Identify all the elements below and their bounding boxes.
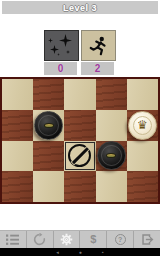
board-square[interactable] <box>64 171 95 202</box>
list-icon <box>5 233 20 246</box>
runner-count-value: 2 <box>95 63 101 74</box>
board-square[interactable] <box>2 141 33 172</box>
board-square[interactable] <box>64 79 95 110</box>
app-screen: Level 3 0 2 ♛ <box>0 0 160 256</box>
board-square[interactable] <box>127 141 158 172</box>
level-header: Level 3 <box>2 1 158 14</box>
piece-emblem <box>106 153 116 158</box>
settings-button[interactable] <box>54 231 81 248</box>
bonus-card-sparkles[interactable] <box>44 30 79 61</box>
shop-button[interactable]: $ <box>80 231 107 248</box>
runner-icon <box>88 34 110 58</box>
board: ♛ <box>0 77 160 204</box>
back-icon[interactable]: ◂ <box>56 250 59 255</box>
board-square[interactable] <box>96 171 127 202</box>
board-square[interactable] <box>127 79 158 110</box>
help-icon: ? <box>115 234 126 245</box>
restart-icon <box>33 233 46 246</box>
board-square[interactable] <box>127 171 158 202</box>
home-icon[interactable]: ● <box>79 250 82 255</box>
board-square[interactable] <box>96 141 127 172</box>
board-square[interactable] <box>33 141 64 172</box>
piece-emblem <box>44 123 54 128</box>
sparkle-icon <box>48 38 53 43</box>
exit-icon <box>141 233 154 246</box>
crown-icon: ♛ <box>129 119 156 131</box>
board-square[interactable] <box>33 171 64 202</box>
board-square[interactable] <box>96 79 127 110</box>
bottom-toolbar: $ ? <box>0 230 160 248</box>
restart-button[interactable] <box>27 231 54 248</box>
levels-list-button[interactable] <box>0 231 27 248</box>
black-man-piece[interactable] <box>34 111 63 140</box>
board-square[interactable] <box>33 79 64 110</box>
runner-counter: 2 <box>81 62 114 75</box>
exit-button[interactable] <box>134 231 160 248</box>
android-nav-bar: ◂ ● ▪ <box>0 248 160 256</box>
dollar-icon: $ <box>90 234 96 245</box>
sparkle-icon <box>57 53 60 56</box>
board-square[interactable] <box>2 171 33 202</box>
sparkle-icon <box>50 45 59 54</box>
white-king-piece[interactable]: ♛ <box>128 111 157 140</box>
sparkles-counter: 0 <box>44 62 77 75</box>
gear-icon <box>60 233 73 246</box>
board-square[interactable] <box>64 110 95 141</box>
blocked-square-icon <box>68 144 91 167</box>
board-square[interactable] <box>2 79 33 110</box>
sparkle-icon <box>59 34 72 47</box>
level-title: Level 3 <box>63 3 97 13</box>
help-button[interactable]: ? <box>107 231 134 248</box>
bonus-card-runner[interactable] <box>81 30 116 61</box>
sparkle-icon <box>66 50 70 54</box>
sparkles-count-value: 0 <box>58 63 64 74</box>
recents-icon[interactable]: ▪ <box>102 250 104 255</box>
board-square[interactable] <box>64 141 95 172</box>
black-man-piece[interactable] <box>97 141 126 170</box>
board-square[interactable] <box>33 110 64 141</box>
board-square[interactable] <box>2 110 33 141</box>
board-square[interactable] <box>96 110 127 141</box>
board-square[interactable]: ♛ <box>127 110 158 141</box>
